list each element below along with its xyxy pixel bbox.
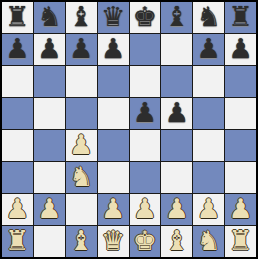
square-b2[interactable]: ♟ <box>34 194 65 225</box>
square-a7[interactable]: ♟ <box>2 34 33 65</box>
black-queen: ♛ <box>101 3 125 30</box>
square-c6[interactable] <box>66 66 97 97</box>
square-d3[interactable] <box>98 162 129 193</box>
square-f1[interactable]: ♝ <box>161 226 192 257</box>
square-h2[interactable]: ♟ <box>225 194 256 225</box>
black-knight: ♞ <box>197 3 221 30</box>
square-d1[interactable]: ♛ <box>98 226 129 257</box>
square-g3[interactable] <box>193 162 224 193</box>
black-bishop: ♝ <box>69 3 93 30</box>
square-f3[interactable] <box>161 162 192 193</box>
white-bishop: ♝ <box>165 227 189 254</box>
square-h8[interactable]: ♜ <box>225 2 256 33</box>
black-pawn: ♟ <box>37 35 61 62</box>
black-rook: ♜ <box>228 3 252 30</box>
square-f7[interactable] <box>161 34 192 65</box>
square-g4[interactable] <box>193 130 224 161</box>
square-a2[interactable]: ♟ <box>2 194 33 225</box>
square-h4[interactable] <box>225 130 256 161</box>
square-c8[interactable]: ♝ <box>66 2 97 33</box>
black-pawn: ♟ <box>197 35 221 62</box>
black-pawn: ♟ <box>69 35 93 62</box>
square-e8[interactable]: ♚ <box>130 2 161 33</box>
black-rook: ♜ <box>5 3 29 30</box>
square-f2[interactable]: ♟ <box>161 194 192 225</box>
square-b8[interactable]: ♞ <box>34 2 65 33</box>
square-h6[interactable] <box>225 66 256 97</box>
square-h3[interactable] <box>225 162 256 193</box>
square-b7[interactable]: ♟ <box>34 34 65 65</box>
square-a6[interactable] <box>2 66 33 97</box>
square-d6[interactable] <box>98 66 129 97</box>
square-g8[interactable]: ♞ <box>193 2 224 33</box>
black-pawn: ♟ <box>133 99 157 126</box>
square-f4[interactable] <box>161 130 192 161</box>
black-king: ♚ <box>133 3 157 30</box>
square-e4[interactable] <box>130 130 161 161</box>
square-d5[interactable] <box>98 98 129 129</box>
square-c2[interactable] <box>66 194 97 225</box>
square-b5[interactable] <box>34 98 65 129</box>
square-a8[interactable]: ♜ <box>2 2 33 33</box>
square-g5[interactable] <box>193 98 224 129</box>
square-h7[interactable]: ♟ <box>225 34 256 65</box>
white-pawn: ♟ <box>133 195 157 222</box>
white-pawn: ♟ <box>197 195 221 222</box>
white-knight: ♞ <box>197 227 221 254</box>
square-c1[interactable]: ♝ <box>66 226 97 257</box>
square-d4[interactable] <box>98 130 129 161</box>
black-knight: ♞ <box>37 3 61 30</box>
square-b6[interactable] <box>34 66 65 97</box>
white-king: ♚ <box>133 227 157 254</box>
square-d8[interactable]: ♛ <box>98 2 129 33</box>
white-bishop: ♝ <box>69 227 93 254</box>
white-pawn: ♟ <box>37 195 61 222</box>
square-c5[interactable] <box>66 98 97 129</box>
square-h5[interactable] <box>225 98 256 129</box>
square-b3[interactable] <box>34 162 65 193</box>
white-pawn: ♟ <box>228 195 252 222</box>
square-c4[interactable]: ♟ <box>66 130 97 161</box>
black-pawn: ♟ <box>101 35 125 62</box>
black-pawn: ♟ <box>228 35 252 62</box>
square-e3[interactable] <box>130 162 161 193</box>
square-d7[interactable]: ♟ <box>98 34 129 65</box>
chess-board: ♜♞♝♛♚♝♞♜♟♟♟♟♟♟♟♟♟♞♟♟♟♟♟♟♟♜♝♛♚♝♞♜ <box>0 0 258 259</box>
square-e6[interactable] <box>130 66 161 97</box>
black-bishop: ♝ <box>165 3 189 30</box>
white-rook: ♜ <box>228 227 252 254</box>
square-a5[interactable] <box>2 98 33 129</box>
square-h1[interactable]: ♜ <box>225 226 256 257</box>
white-rook: ♜ <box>5 227 29 254</box>
square-c3[interactable]: ♞ <box>66 162 97 193</box>
square-e5[interactable]: ♟ <box>130 98 161 129</box>
square-b1[interactable] <box>34 226 65 257</box>
white-pawn: ♟ <box>69 131 93 158</box>
square-c7[interactable]: ♟ <box>66 34 97 65</box>
square-e1[interactable]: ♚ <box>130 226 161 257</box>
black-pawn: ♟ <box>165 99 189 126</box>
square-b4[interactable] <box>34 130 65 161</box>
white-queen: ♛ <box>101 227 125 254</box>
square-f8[interactable]: ♝ <box>161 2 192 33</box>
square-g6[interactable] <box>193 66 224 97</box>
white-knight: ♞ <box>69 163 93 190</box>
square-f5[interactable]: ♟ <box>161 98 192 129</box>
square-f6[interactable] <box>161 66 192 97</box>
black-pawn: ♟ <box>5 35 29 62</box>
square-g2[interactable]: ♟ <box>193 194 224 225</box>
white-pawn: ♟ <box>165 195 189 222</box>
square-a3[interactable] <box>2 162 33 193</box>
square-d2[interactable]: ♟ <box>98 194 129 225</box>
white-pawn: ♟ <box>101 195 125 222</box>
square-g7[interactable]: ♟ <box>193 34 224 65</box>
white-pawn: ♟ <box>5 195 29 222</box>
square-g1[interactable]: ♞ <box>193 226 224 257</box>
square-a1[interactable]: ♜ <box>2 226 33 257</box>
square-e2[interactable]: ♟ <box>130 194 161 225</box>
square-e7[interactable] <box>130 34 161 65</box>
square-a4[interactable] <box>2 130 33 161</box>
chess-board-window: ♜♞♝♛♚♝♞♜♟♟♟♟♟♟♟♟♟♞♟♟♟♟♟♟♟♜♝♛♚♝♞♜ <box>0 0 258 259</box>
